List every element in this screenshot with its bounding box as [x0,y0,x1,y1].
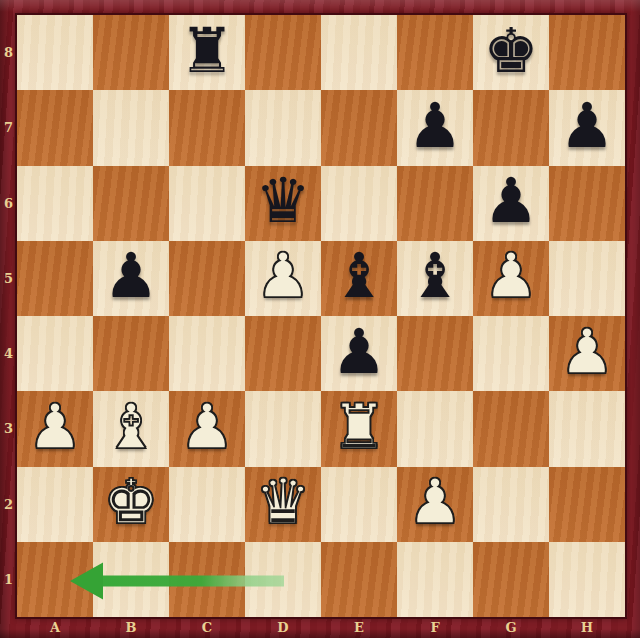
square-f7[interactable]: ♟ [397,90,473,165]
square-a6[interactable] [17,166,93,241]
white-queen[interactable]: ♛ [255,471,311,533]
square-g1[interactable] [473,542,549,617]
square-c6[interactable] [169,166,245,241]
black-pawn[interactable]: ♟ [331,321,387,383]
square-f8[interactable] [397,15,473,90]
square-g5[interactable]: ♟ [473,241,549,316]
square-h4[interactable]: ♟ [549,316,625,391]
black-queen[interactable]: ♛ [255,170,311,232]
square-a2[interactable] [17,467,93,542]
square-e2[interactable] [321,467,397,542]
square-a3[interactable]: ♟ [17,391,93,466]
file-label-h: H [549,619,625,637]
square-h6[interactable] [549,166,625,241]
square-g4[interactable] [473,316,549,391]
rank-label-4: 4 [0,346,17,361]
black-pawn[interactable]: ♟ [483,170,539,232]
square-e1[interactable] [321,542,397,617]
white-pawn[interactable]: ♟ [483,245,539,307]
black-pawn[interactable]: ♟ [407,95,463,157]
square-d1[interactable] [245,542,321,617]
white-bishop[interactable]: ♝ [103,396,159,458]
square-b3[interactable]: ♝ [93,391,169,466]
white-king[interactable]: ♚ [103,471,159,533]
square-d8[interactable] [245,15,321,90]
file-label-f: F [397,619,473,637]
rank-label-5: 5 [0,271,17,286]
square-c7[interactable] [169,90,245,165]
square-g8[interactable]: ♚ [473,15,549,90]
square-d4[interactable] [245,316,321,391]
white-pawn[interactable]: ♟ [255,245,311,307]
black-pawn[interactable]: ♟ [559,95,615,157]
square-h5[interactable] [549,241,625,316]
square-a8[interactable] [17,15,93,90]
square-d6[interactable]: ♛ [245,166,321,241]
rank-label-7: 7 [0,120,17,135]
square-b8[interactable] [93,15,169,90]
file-label-d: D [245,619,321,637]
square-b2[interactable]: ♚ [93,467,169,542]
white-pawn[interactable]: ♟ [407,471,463,533]
square-e3[interactable]: ♜ [321,391,397,466]
white-rook[interactable]: ♜ [331,396,387,458]
chessboard-frame: ♜♚♟♟♛♟♟♟♝♝♟♟♟♟♝♟♜♚♛♟ 87654321 ABCDEFGH [0,0,640,638]
black-bishop[interactable]: ♝ [407,245,463,307]
square-b6[interactable] [93,166,169,241]
square-f1[interactable] [397,542,473,617]
square-c1[interactable] [169,542,245,617]
black-king[interactable]: ♚ [483,20,539,82]
square-g2[interactable] [473,467,549,542]
square-g6[interactable]: ♟ [473,166,549,241]
square-c4[interactable] [169,316,245,391]
black-rook[interactable]: ♜ [179,20,235,82]
square-a4[interactable] [17,316,93,391]
file-label-c: C [169,619,245,637]
rank-label-6: 6 [0,196,17,211]
square-e6[interactable] [321,166,397,241]
square-f2[interactable]: ♟ [397,467,473,542]
file-label-g: G [473,619,549,637]
square-e8[interactable] [321,15,397,90]
square-h8[interactable] [549,15,625,90]
square-a5[interactable] [17,241,93,316]
square-h1[interactable] [549,542,625,617]
square-h7[interactable]: ♟ [549,90,625,165]
square-h2[interactable] [549,467,625,542]
white-pawn[interactable]: ♟ [559,321,615,383]
black-bishop[interactable]: ♝ [331,245,387,307]
square-c8[interactable]: ♜ [169,15,245,90]
square-e7[interactable] [321,90,397,165]
square-c3[interactable]: ♟ [169,391,245,466]
square-f3[interactable] [397,391,473,466]
square-d2[interactable]: ♛ [245,467,321,542]
square-f6[interactable] [397,166,473,241]
square-b5[interactable]: ♟ [93,241,169,316]
square-h3[interactable] [549,391,625,466]
board: ♜♚♟♟♛♟♟♟♝♝♟♟♟♟♝♟♜♚♛♟ [17,15,625,617]
square-e5[interactable]: ♝ [321,241,397,316]
square-c2[interactable] [169,467,245,542]
square-g3[interactable] [473,391,549,466]
square-f4[interactable] [397,316,473,391]
black-pawn[interactable]: ♟ [103,245,159,307]
file-label-b: B [93,619,169,637]
square-b4[interactable] [93,316,169,391]
square-a1[interactable] [17,542,93,617]
square-d7[interactable] [245,90,321,165]
file-label-e: E [321,619,397,637]
square-a7[interactable] [17,90,93,165]
square-e4[interactable]: ♟ [321,316,397,391]
rank-label-8: 8 [0,45,17,60]
square-g7[interactable] [473,90,549,165]
white-pawn[interactable]: ♟ [27,396,83,458]
rank-label-3: 3 [0,421,17,436]
file-label-a: A [17,619,93,637]
square-f5[interactable]: ♝ [397,241,473,316]
rank-label-1: 1 [0,572,17,587]
white-pawn[interactable]: ♟ [179,396,235,458]
square-b1[interactable] [93,542,169,617]
rank-label-2: 2 [0,497,17,512]
square-b7[interactable] [93,90,169,165]
square-d3[interactable] [245,391,321,466]
square-d5[interactable]: ♟ [245,241,321,316]
square-c5[interactable] [169,241,245,316]
